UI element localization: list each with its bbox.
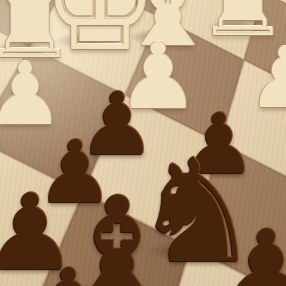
chess-board bbox=[0, 0, 286, 286]
board-photo: ♜♚♝♜♟♟♟♟♟♟♟♞♝♟♟ bbox=[0, 0, 286, 286]
